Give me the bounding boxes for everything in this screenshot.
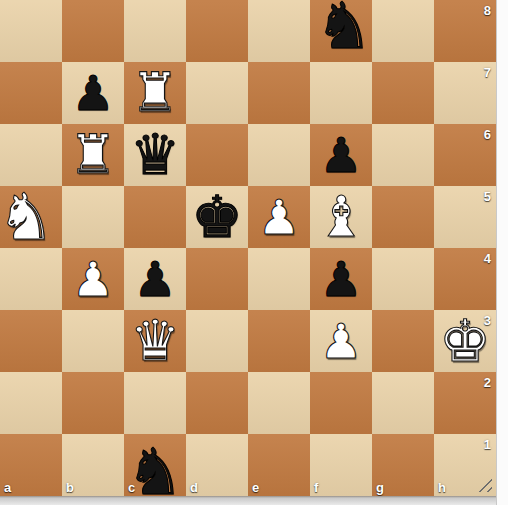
rank-label-7: 7: [484, 65, 491, 80]
piece-black-pawn[interactable]: ♟: [319, 255, 362, 303]
piece-white-knight[interactable]: ♞: [0, 185, 55, 249]
square-b6[interactable]: ♜: [62, 124, 124, 186]
square-e5[interactable]: ♟: [248, 186, 310, 248]
square-h6[interactable]: 6: [434, 124, 496, 186]
square-c7[interactable]: ♜: [124, 62, 186, 124]
square-a8[interactable]: [0, 0, 62, 62]
square-d3[interactable]: [186, 310, 248, 372]
square-h2[interactable]: 2: [434, 372, 496, 434]
square-c8[interactable]: [124, 0, 186, 62]
file-label-h: h: [438, 480, 446, 495]
file-label-b: b: [66, 480, 74, 495]
piece-black-queen[interactable]: ♛: [130, 127, 180, 183]
square-d2[interactable]: [186, 372, 248, 434]
bottom-gutter: [0, 496, 496, 505]
square-g5[interactable]: [372, 186, 434, 248]
square-h4[interactable]: 4: [434, 248, 496, 310]
square-e4[interactable]: [248, 248, 310, 310]
file-label-g: g: [376, 480, 384, 495]
square-g8[interactable]: [372, 0, 434, 62]
piece-black-knight[interactable]: ♞: [315, 0, 372, 58]
square-d6[interactable]: [186, 124, 248, 186]
piece-black-king[interactable]: ♚: [191, 188, 243, 246]
square-d5[interactable]: ♚: [186, 186, 248, 248]
chess-widget: ♞8♟♜7♜♛♟6♞♚♟♝5♟♟♟4♛♟♚32ab♞cdefgh1: [0, 0, 508, 505]
square-b4[interactable]: ♟: [62, 248, 124, 310]
square-g7[interactable]: [372, 62, 434, 124]
square-d7[interactable]: [186, 62, 248, 124]
square-f8[interactable]: ♞: [310, 0, 372, 62]
square-a2[interactable]: [0, 372, 62, 434]
square-d8[interactable]: [186, 0, 248, 62]
rank-label-2: 2: [484, 375, 491, 390]
square-a3[interactable]: [0, 310, 62, 372]
square-b5[interactable]: [62, 186, 124, 248]
square-e8[interactable]: [248, 0, 310, 62]
rank-label-8: 8: [484, 3, 491, 18]
square-a7[interactable]: [0, 62, 62, 124]
square-f6[interactable]: ♟: [310, 124, 372, 186]
square-f5[interactable]: ♝: [310, 186, 372, 248]
file-label-c: c: [128, 480, 135, 495]
square-h5[interactable]: 5: [434, 186, 496, 248]
rank-label-5: 5: [484, 189, 491, 204]
square-h7[interactable]: 7: [434, 62, 496, 124]
square-b2[interactable]: [62, 372, 124, 434]
square-e1[interactable]: e: [248, 434, 310, 496]
square-a6[interactable]: [0, 124, 62, 186]
square-e3[interactable]: [248, 310, 310, 372]
square-g2[interactable]: [372, 372, 434, 434]
square-b7[interactable]: ♟: [62, 62, 124, 124]
square-a5[interactable]: ♞: [0, 186, 62, 248]
square-c4[interactable]: ♟: [124, 248, 186, 310]
square-c1[interactable]: ♞c: [124, 434, 186, 496]
square-c5[interactable]: [124, 186, 186, 248]
piece-white-rook[interactable]: ♜: [131, 66, 179, 120]
chess-board[interactable]: ♞8♟♜7♜♛♟6♞♚♟♝5♟♟♟4♛♟♚32ab♞cdefgh1: [0, 0, 496, 496]
file-label-f: f: [314, 480, 318, 495]
right-gutter: [496, 0, 508, 505]
square-b3[interactable]: [62, 310, 124, 372]
square-c3[interactable]: ♛: [124, 310, 186, 372]
square-e6[interactable]: [248, 124, 310, 186]
square-f1[interactable]: f: [310, 434, 372, 496]
rank-label-6: 6: [484, 127, 491, 142]
square-g3[interactable]: [372, 310, 434, 372]
square-d4[interactable]: [186, 248, 248, 310]
piece-white-bishop[interactable]: ♝: [316, 189, 366, 245]
square-c2[interactable]: [124, 372, 186, 434]
rank-label-1: 1: [484, 437, 491, 452]
square-c6[interactable]: ♛: [124, 124, 186, 186]
square-f4[interactable]: ♟: [310, 248, 372, 310]
file-label-a: a: [4, 480, 11, 495]
square-g4[interactable]: [372, 248, 434, 310]
square-f2[interactable]: [310, 372, 372, 434]
square-b8[interactable]: [62, 0, 124, 62]
square-g6[interactable]: [372, 124, 434, 186]
square-f7[interactable]: [310, 62, 372, 124]
square-d1[interactable]: d: [186, 434, 248, 496]
piece-white-rook[interactable]: ♜: [69, 128, 117, 182]
piece-white-pawn[interactable]: ♟: [257, 193, 300, 241]
square-h8[interactable]: 8: [434, 0, 496, 62]
square-a4[interactable]: [0, 248, 62, 310]
square-e2[interactable]: [248, 372, 310, 434]
file-label-d: d: [190, 480, 198, 495]
piece-white-queen[interactable]: ♛: [130, 313, 180, 369]
square-a1[interactable]: a: [0, 434, 62, 496]
rank-label-3: 3: [484, 313, 491, 328]
piece-black-pawn[interactable]: ♟: [133, 255, 176, 303]
square-b1[interactable]: b: [62, 434, 124, 496]
square-h3[interactable]: ♚3: [434, 310, 496, 372]
piece-white-pawn[interactable]: ♟: [71, 255, 114, 303]
file-label-e: e: [252, 480, 259, 495]
rank-label-4: 4: [484, 251, 491, 266]
piece-white-pawn[interactable]: ♟: [319, 317, 362, 365]
piece-black-pawn[interactable]: ♟: [319, 131, 362, 179]
square-f3[interactable]: ♟: [310, 310, 372, 372]
square-e7[interactable]: [248, 62, 310, 124]
square-g1[interactable]: g: [372, 434, 434, 496]
piece-black-pawn[interactable]: ♟: [71, 69, 114, 117]
